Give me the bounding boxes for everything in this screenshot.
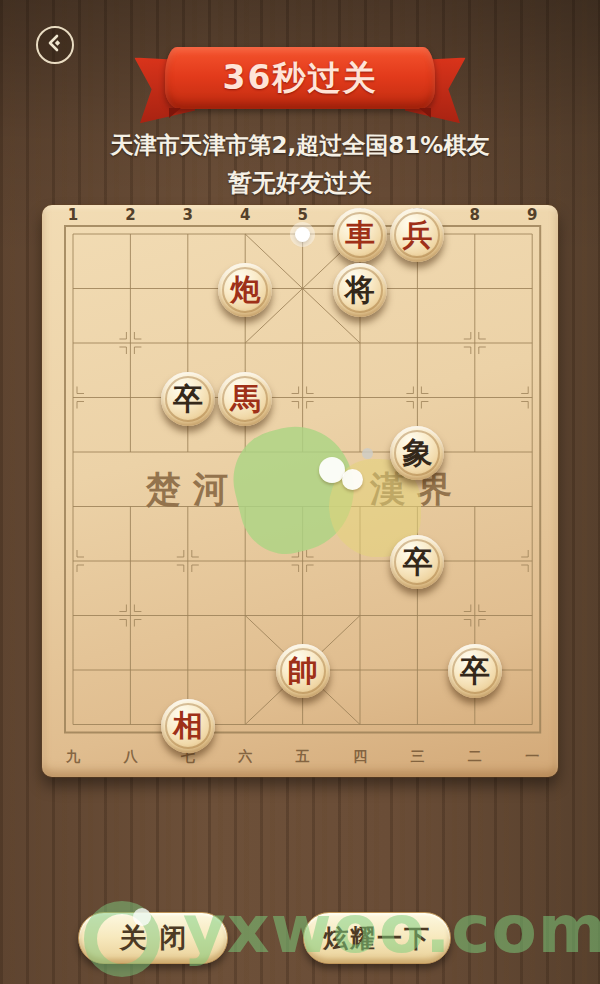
file-label-bottom: 六 [230,748,260,766]
piece-black-象[interactable]: 象 [390,426,444,480]
file-label-top: 5 [288,206,318,224]
piece-red-車[interactable]: 車 [333,208,387,262]
piece-red-炮[interactable]: 炮 [218,263,272,317]
close-button[interactable]: 关闭 [78,912,228,964]
piece-glyph: 相 [173,711,203,741]
banner-text: 36秒过关 [223,56,378,101]
piece-glyph: 炮 [230,275,260,305]
file-label-top: 4 [230,206,260,224]
back-button[interactable] [36,26,74,64]
piece-glyph: 帥 [288,656,318,686]
piece-black-卒[interactable]: 卒 [390,535,444,589]
result-banner: 36秒过关 [137,45,463,127]
file-label-top: 9 [517,206,547,224]
piece-red-兵[interactable]: 兵 [390,208,444,262]
xiangqi-board[interactable]: 123456789九八七六五四三二一 楚河 漢界 車兵炮将卒馬象卒帥卒相 [42,205,558,777]
piece-black-卒[interactable]: 卒 [448,644,502,698]
back-arrow-icon [44,32,66,58]
file-label-bottom: 八 [115,748,145,766]
piece-glyph: 兵 [402,220,432,250]
rank-text: 天津市天津市第2,超过全国81%棋友 [0,130,600,161]
file-label-bottom: 一 [517,748,547,766]
last-move-marker [295,227,310,242]
piece-glyph: 将 [345,275,375,305]
file-label-top: 8 [460,206,490,224]
piece-red-相[interactable]: 相 [161,699,215,753]
ribbon-band: 36秒过关 [165,47,435,109]
screen: 36秒过关 天津市天津市第2,超过全国81%棋友 暂无好友过关 12345678… [0,0,600,984]
watermark-dot [362,448,373,459]
piece-glyph: 象 [402,438,432,468]
file-label-top: 3 [173,206,203,224]
file-label-bottom: 九 [58,748,88,766]
piece-red-帥[interactable]: 帥 [276,644,330,698]
file-label-bottom: 四 [345,748,375,766]
watermark-dot [342,469,363,490]
piece-glyph: 車 [345,220,375,250]
file-label-bottom: 二 [460,748,490,766]
piece-glyph: 卒 [402,547,432,577]
file-label-top: 2 [115,206,145,224]
friends-text: 暂无好友过关 [0,167,600,199]
piece-black-将[interactable]: 将 [333,263,387,317]
file-label-bottom: 三 [402,748,432,766]
file-label-top: 1 [58,206,88,224]
close-button-label: 关闭 [120,920,200,956]
show-off-button[interactable]: 炫耀一下 [303,912,451,964]
piece-black-卒[interactable]: 卒 [161,372,215,426]
piece-glyph: 卒 [173,384,203,414]
piece-glyph: 馬 [230,384,260,414]
piece-red-馬[interactable]: 馬 [218,372,272,426]
file-label-bottom: 五 [288,748,318,766]
piece-glyph: 卒 [460,656,490,686]
show-off-button-label: 炫耀一下 [323,922,431,955]
